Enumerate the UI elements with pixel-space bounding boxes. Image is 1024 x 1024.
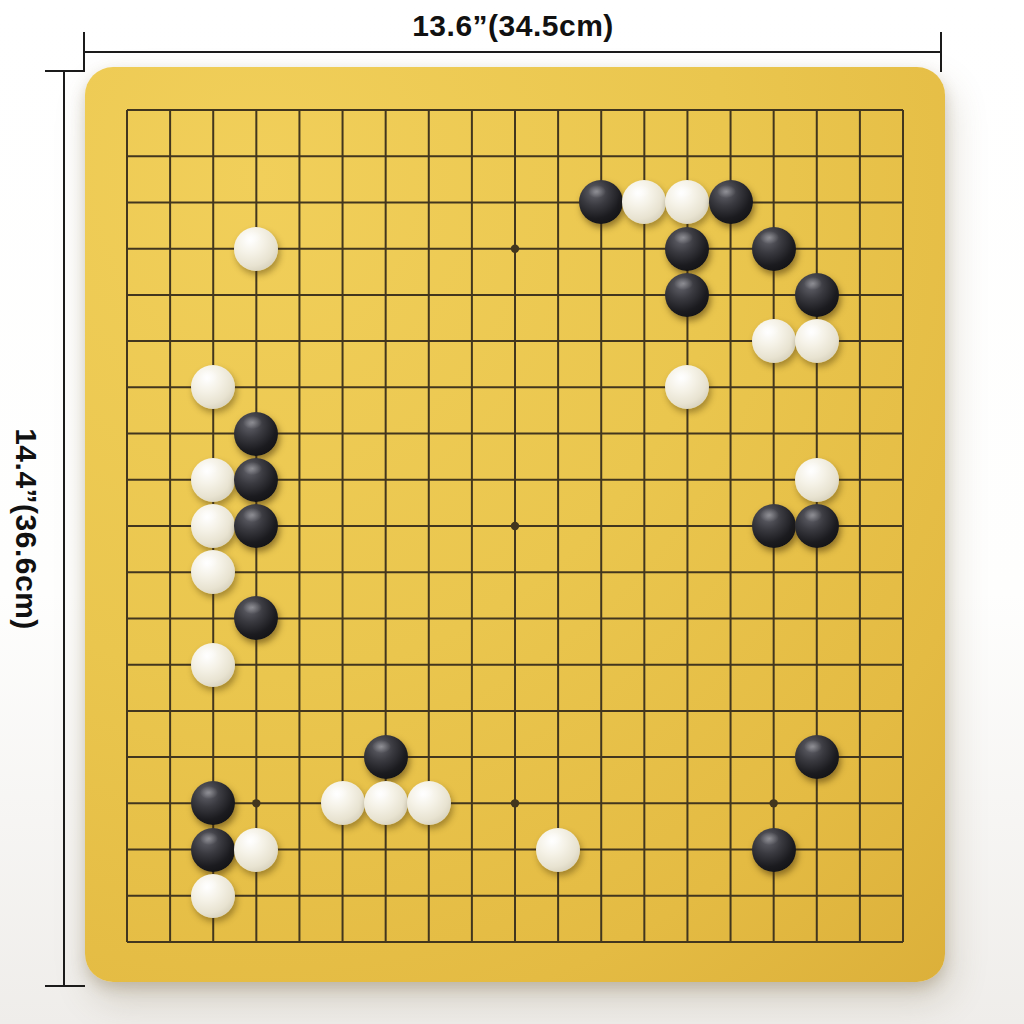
- white-stone: [752, 319, 796, 363]
- white-stone: [536, 828, 580, 872]
- width-dimension-line: [83, 51, 942, 53]
- black-stone: [709, 180, 753, 224]
- black-stone: [795, 504, 839, 548]
- white-stone: [665, 180, 709, 224]
- white-stone: [234, 227, 278, 271]
- black-stone: [579, 180, 623, 224]
- white-stone: [622, 180, 666, 224]
- height-dimension-tick-bottom: [45, 985, 85, 987]
- black-stone: [234, 458, 278, 502]
- height-dimension-tick-top: [45, 70, 85, 72]
- black-stone: [795, 273, 839, 317]
- white-stone: [407, 781, 451, 825]
- white-stone: [795, 458, 839, 502]
- white-stone: [191, 365, 235, 409]
- black-stone: [234, 504, 278, 548]
- black-stone: [191, 781, 235, 825]
- black-stone: [665, 273, 709, 317]
- white-stone: [795, 319, 839, 363]
- black-stone: [752, 504, 796, 548]
- height-dimension-label: 14.4”(36.6cm): [9, 428, 43, 630]
- width-dimension-tick-left: [83, 32, 85, 72]
- white-stone: [191, 643, 235, 687]
- black-stone: [234, 412, 278, 456]
- width-dimension-tick-right: [940, 32, 942, 72]
- width-dimension-label: 13.6”(34.5cm): [412, 9, 614, 43]
- white-stone: [191, 504, 235, 548]
- black-stone: [665, 227, 709, 271]
- black-stone: [752, 227, 796, 271]
- product-photo: 13.6”(34.5cm) 14.4”(36.6cm): [0, 0, 1024, 1024]
- black-stone: [795, 735, 839, 779]
- white-stone: [191, 550, 235, 594]
- white-stone: [191, 874, 235, 918]
- black-stone: [752, 828, 796, 872]
- black-stone: [191, 828, 235, 872]
- go-board: [85, 67, 945, 982]
- white-stone: [191, 458, 235, 502]
- stones-layer: [127, 110, 903, 942]
- white-stone: [665, 365, 709, 409]
- white-stone: [364, 781, 408, 825]
- white-stone: [234, 828, 278, 872]
- white-stone: [321, 781, 365, 825]
- black-stone: [234, 596, 278, 640]
- height-dimension-line: [63, 71, 65, 987]
- black-stone: [364, 735, 408, 779]
